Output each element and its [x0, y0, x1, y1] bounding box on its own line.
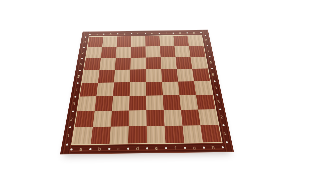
square-e2	[146, 110, 164, 126]
file-label: a	[78, 147, 82, 152]
rank-label: 4	[74, 88, 77, 91]
boundary-dot	[71, 110, 73, 112]
square-c7	[115, 47, 130, 58]
rank-label: 2	[69, 117, 72, 121]
square-f7	[159, 46, 175, 57]
square-e1	[146, 126, 165, 143]
square-g2	[180, 110, 200, 126]
boundary-dot	[210, 68, 212, 69]
square-h3	[196, 95, 215, 110]
boundary-dot	[204, 35, 206, 36]
boundary-dot	[102, 33, 104, 34]
square-b1	[90, 127, 110, 144]
rank-label: 1	[66, 133, 70, 137]
rank-label: 5	[77, 75, 80, 78]
square-b5	[97, 70, 114, 83]
boundary-dot	[216, 94, 218, 96]
square-e4	[146, 82, 163, 96]
square-d3	[129, 96, 146, 111]
square-b8	[102, 36, 117, 47]
square-g4	[178, 81, 196, 95]
file-label: f	[165, 32, 166, 34]
square-a4	[79, 83, 97, 97]
boundary-dot	[88, 34, 90, 35]
chess-board: abcdefgh abcdefgh 87654321 87654321	[60, 30, 234, 155]
square-h8	[187, 35, 203, 46]
boundary-dot	[80, 58, 82, 59]
boundary-dot	[222, 124, 224, 126]
rank-label: 5	[211, 73, 214, 76]
square-f1	[164, 126, 184, 143]
square-c5	[113, 70, 129, 83]
playing-field	[72, 35, 222, 144]
rank-label: 8	[204, 39, 207, 42]
boundary-dot	[70, 148, 72, 150]
square-d6	[130, 58, 145, 70]
square-h5	[192, 68, 210, 81]
product-photo-background: abcdefgh abcdefgh 87654321 87654321	[0, 0, 310, 186]
square-b6	[99, 58, 115, 70]
square-e3	[146, 95, 163, 110]
square-f4	[162, 82, 179, 96]
boundary-dot	[130, 33, 132, 34]
boundary-dot	[202, 146, 204, 148]
file-label: b	[109, 33, 111, 36]
square-a8	[87, 37, 103, 48]
square-c6	[114, 58, 130, 70]
square-h2	[198, 109, 218, 125]
square-h4	[194, 81, 213, 95]
square-f8	[159, 36, 174, 47]
file-label: e	[151, 32, 153, 34]
file-label: d	[137, 32, 139, 34]
square-e6	[145, 57, 161, 69]
square-d5	[129, 69, 145, 82]
square-d4	[129, 82, 146, 96]
boundary-dot	[74, 96, 76, 98]
boundary-dot	[183, 147, 185, 149]
square-f2	[163, 110, 182, 126]
square-e8	[145, 36, 160, 47]
boundary-dot	[186, 32, 188, 33]
file-label: h	[192, 31, 195, 33]
boundary-dot	[78, 70, 80, 71]
boundary-dot	[144, 33, 146, 34]
square-d1	[128, 126, 147, 143]
square-d7	[130, 46, 145, 57]
boundary-dot	[116, 33, 118, 34]
boundary-dot	[89, 148, 91, 150]
file-label: c	[117, 146, 120, 151]
rank-label: 7	[81, 51, 84, 54]
boundary-dot	[82, 47, 84, 48]
file-label: g	[192, 145, 196, 150]
file-label: g	[178, 32, 181, 34]
rank-label: 1	[223, 131, 227, 135]
boundary-dot	[172, 32, 174, 33]
boundary-dot	[221, 146, 224, 148]
boundary-dot	[208, 56, 210, 57]
file-label: c	[123, 32, 125, 34]
square-c3	[111, 96, 129, 111]
rank-label: 2	[219, 115, 223, 119]
square-h6	[190, 57, 207, 69]
rank-label: 3	[216, 100, 219, 104]
square-g7	[174, 46, 190, 57]
rank-label: 6	[79, 63, 82, 66]
rank-label: 4	[214, 86, 217, 89]
boundary-dot	[199, 32, 201, 33]
square-a3	[77, 96, 96, 111]
file-label: b	[97, 147, 100, 152]
square-c1	[109, 126, 128, 143]
square-a5	[81, 70, 98, 83]
square-f6	[160, 57, 176, 69]
square-a2	[74, 111, 94, 127]
square-g6	[175, 57, 192, 69]
square-c8	[116, 36, 131, 47]
file-label: f	[174, 145, 176, 150]
square-d2	[128, 110, 146, 126]
square-g5	[176, 69, 193, 82]
board-placement: abcdefgh abcdefgh 87654321 87654321	[72, 8, 220, 156]
square-b3	[94, 96, 112, 111]
rank-label: 7	[206, 50, 209, 53]
boundary-dot	[107, 148, 109, 150]
square-g3	[179, 95, 198, 110]
boundary-dot	[126, 147, 128, 149]
square-e5	[145, 69, 161, 82]
square-b2	[92, 111, 111, 127]
square-f5	[161, 69, 178, 82]
square-a6	[83, 58, 100, 70]
square-b4	[96, 82, 114, 96]
boundary-dot	[213, 80, 215, 82]
boundary-dot	[68, 126, 70, 128]
boundary-dot	[206, 45, 208, 46]
square-f3	[162, 95, 180, 110]
boundary-dot	[145, 147, 147, 149]
square-a1	[72, 127, 93, 144]
boundary-dot	[65, 143, 67, 145]
file-label: h	[211, 145, 215, 150]
square-a7	[85, 47, 101, 58]
boundary-dot	[84, 36, 86, 37]
square-c2	[110, 111, 128, 127]
square-g1	[182, 125, 202, 142]
boundary-dot	[225, 141, 228, 143]
boundary-dot	[76, 82, 78, 84]
rank-label: 6	[209, 61, 212, 64]
square-e7	[145, 46, 160, 57]
file-label: e	[154, 146, 157, 151]
square-d8	[131, 36, 145, 47]
square-b7	[100, 47, 116, 58]
boundary-dot	[218, 108, 220, 110]
boundary-dot	[164, 147, 166, 149]
square-c4	[112, 82, 129, 96]
rank-label: 8	[83, 41, 86, 44]
square-h7	[188, 46, 205, 57]
file-label: d	[135, 146, 138, 151]
boundary-dot	[158, 33, 160, 34]
square-g8	[173, 36, 189, 47]
rank-label: 3	[72, 102, 75, 106]
file-label: a	[95, 33, 97, 36]
